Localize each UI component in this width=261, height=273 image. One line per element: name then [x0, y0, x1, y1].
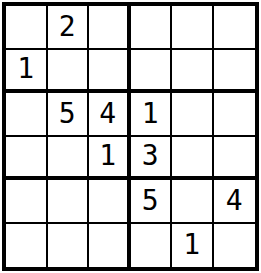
cell-r4c6[interactable]	[214, 137, 256, 181]
cell-r4c2[interactable]	[48, 137, 90, 181]
cell-r6c6[interactable]	[214, 224, 256, 268]
cell-r6c1[interactable]	[6, 224, 48, 268]
cell-r1c2[interactable]: 2	[48, 6, 90, 50]
cell-r1c4[interactable]	[131, 6, 173, 50]
cell-r2c3[interactable]	[89, 50, 131, 94]
cell-r1c6[interactable]	[214, 6, 256, 50]
cell-r3c1[interactable]	[6, 93, 48, 137]
cell-r2c5[interactable]	[172, 50, 214, 94]
cell-r2c6[interactable]	[214, 50, 256, 94]
cell-r4c1[interactable]	[6, 137, 48, 181]
cell-r5c1[interactable]	[6, 180, 48, 224]
cell-r4c3[interactable]: 1	[89, 137, 131, 181]
cell-r5c6[interactable]: 4	[214, 180, 256, 224]
cell-r6c3[interactable]	[89, 224, 131, 268]
cell-r2c1[interactable]: 1	[6, 50, 48, 94]
cell-r3c6[interactable]	[214, 93, 256, 137]
cell-r6c5[interactable]: 1	[172, 224, 214, 268]
sudoku-board: 2154113541	[2, 2, 259, 271]
cell-r3c4[interactable]: 1	[131, 93, 173, 137]
cell-r1c3[interactable]	[89, 6, 131, 50]
cell-r5c2[interactable]	[48, 180, 90, 224]
cell-r3c5[interactable]	[172, 93, 214, 137]
cell-r6c2[interactable]	[48, 224, 90, 268]
cell-r5c3[interactable]	[89, 180, 131, 224]
cell-r3c3[interactable]: 4	[89, 93, 131, 137]
cell-r3c2[interactable]: 5	[48, 93, 90, 137]
cell-r4c4[interactable]: 3	[131, 137, 173, 181]
cell-r1c5[interactable]	[172, 6, 214, 50]
cell-r2c4[interactable]	[131, 50, 173, 94]
cell-r6c4[interactable]	[131, 224, 173, 268]
cell-r4c5[interactable]	[172, 137, 214, 181]
cell-r5c4[interactable]: 5	[131, 180, 173, 224]
cell-r2c2[interactable]	[48, 50, 90, 94]
cell-r1c1[interactable]	[6, 6, 48, 50]
cell-r5c5[interactable]	[172, 180, 214, 224]
